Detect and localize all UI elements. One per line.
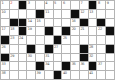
white-cell[interactable] [106, 19, 114, 27]
clue-number: 38 [2, 71, 6, 75]
black-cell [19, 27, 27, 35]
black-cell [45, 27, 53, 35]
white-cell[interactable]: 41 [89, 71, 97, 79]
clue-number: 21 [80, 27, 84, 31]
clue-number: 13 [89, 10, 93, 14]
white-cell[interactable] [89, 27, 97, 35]
white-cell[interactable]: 31 [45, 54, 53, 62]
white-cell[interactable] [36, 27, 44, 35]
white-cell[interactable] [97, 36, 105, 44]
white-cell[interactable]: 34 [45, 62, 53, 70]
clue-number: 5 [54, 1, 56, 5]
white-cell[interactable]: 27 [54, 45, 62, 53]
black-cell [80, 19, 88, 27]
white-cell[interactable]: 23 [10, 36, 18, 44]
white-cell[interactable] [54, 27, 62, 35]
black-cell [80, 45, 88, 53]
clue-number: 22 [98, 27, 102, 31]
clue-number: 9 [107, 1, 109, 5]
white-cell[interactable] [106, 10, 114, 18]
white-cell[interactable] [19, 71, 27, 79]
clue-number: 35 [72, 62, 76, 66]
white-cell[interactable]: 40 [62, 71, 70, 79]
white-cell[interactable]: 35 [71, 62, 79, 70]
clue-number: 16 [72, 19, 76, 23]
white-cell[interactable]: 38 [1, 71, 9, 79]
white-cell[interactable]: 15 [36, 19, 44, 27]
white-cell[interactable] [10, 71, 18, 79]
white-cell[interactable] [71, 45, 79, 53]
clue-number: 36 [80, 62, 84, 66]
white-cell[interactable]: 9 [106, 1, 114, 9]
white-cell[interactable]: 18 [10, 27, 18, 35]
clue-number: 31 [45, 54, 49, 58]
black-cell [36, 10, 44, 18]
clue-number: 20 [72, 27, 76, 31]
white-cell[interactable]: 17 [1, 27, 9, 35]
clue-number: 40 [63, 71, 67, 75]
clue-number: 34 [45, 62, 49, 66]
clue-number: 27 [54, 45, 58, 49]
clue-number: 29 [10, 54, 14, 58]
white-cell[interactable] [19, 45, 27, 53]
white-cell[interactable] [27, 36, 35, 44]
white-cell[interactable] [62, 54, 70, 62]
white-cell[interactable] [97, 54, 105, 62]
black-cell [19, 19, 27, 27]
white-cell[interactable]: 39 [36, 71, 44, 79]
white-cell[interactable] [1, 19, 9, 27]
white-cell[interactable]: 32 [89, 54, 97, 62]
white-cell[interactable]: 24 [19, 36, 27, 44]
clue-number: 6 [63, 1, 65, 5]
white-cell[interactable]: 10 [1, 10, 9, 18]
crossword-grid: 1234567891011121314151617181920212223242… [0, 0, 115, 80]
clue-number: 10 [2, 10, 6, 14]
clue-number: 18 [10, 27, 14, 31]
white-cell[interactable] [19, 54, 27, 62]
clue-number: 1 [2, 1, 4, 5]
black-cell [89, 1, 97, 9]
white-cell[interactable]: 21 [80, 27, 88, 35]
white-cell[interactable] [54, 62, 62, 70]
white-cell[interactable] [62, 45, 70, 53]
white-cell[interactable] [62, 19, 70, 27]
white-cell[interactable]: 5 [54, 1, 62, 9]
white-cell[interactable] [54, 54, 62, 62]
white-cell[interactable] [71, 36, 79, 44]
clue-number: 11 [45, 10, 49, 14]
white-cell[interactable] [45, 71, 53, 79]
white-cell[interactable] [106, 36, 114, 44]
clue-number: 37 [98, 62, 102, 66]
white-cell[interactable] [54, 10, 62, 18]
white-cell[interactable]: 37 [97, 62, 105, 70]
white-cell[interactable]: 26 [1, 45, 9, 53]
white-cell[interactable]: 29 [10, 54, 18, 62]
white-cell[interactable]: 36 [80, 62, 88, 70]
clue-number: 32 [89, 54, 93, 58]
clue-number: 2 [10, 1, 12, 5]
clue-number: 24 [19, 36, 23, 40]
clue-number: 12 [80, 10, 84, 14]
clue-number: 19 [28, 27, 32, 31]
black-cell [71, 10, 79, 18]
black-cell [97, 19, 105, 27]
black-cell [19, 1, 27, 9]
white-cell[interactable]: 12 [80, 10, 88, 18]
black-cell [10, 19, 18, 27]
white-cell[interactable]: 25 [62, 36, 70, 44]
white-cell[interactable] [89, 36, 97, 44]
black-cell [62, 27, 70, 35]
white-cell[interactable] [27, 62, 35, 70]
clue-number: 14 [28, 19, 32, 23]
clue-number: 7 [80, 1, 82, 5]
clue-number: 28 [89, 45, 93, 49]
white-cell[interactable]: 14 [27, 19, 35, 27]
white-cell[interactable] [36, 36, 44, 44]
clue-number: 39 [37, 71, 41, 75]
black-cell [36, 62, 44, 70]
black-cell [80, 54, 88, 62]
black-cell [89, 62, 97, 70]
black-cell [1, 54, 9, 62]
crossword-board: 1234567891011121314151617181920212223242… [0, 0, 115, 80]
white-cell[interactable]: 1 [1, 1, 9, 9]
white-cell[interactable] [97, 71, 105, 79]
white-cell[interactable] [45, 36, 53, 44]
white-cell[interactable] [19, 62, 27, 70]
white-cell[interactable]: 33 [1, 62, 9, 70]
white-cell[interactable] [36, 54, 44, 62]
white-cell[interactable] [27, 71, 35, 79]
clue-number: 41 [89, 71, 93, 75]
white-cell[interactable]: 30 [27, 54, 35, 62]
white-cell[interactable] [36, 45, 44, 53]
black-cell [106, 27, 114, 35]
white-cell[interactable]: 8 [97, 1, 105, 9]
white-cell[interactable]: 20 [71, 27, 79, 35]
clue-number: 4 [45, 1, 47, 5]
white-cell[interactable]: 22 [97, 27, 105, 35]
white-cell[interactable] [106, 71, 114, 79]
white-cell[interactable] [36, 1, 44, 9]
white-cell[interactable] [45, 19, 53, 27]
white-cell[interactable] [10, 10, 18, 18]
clue-number: 26 [2, 45, 6, 49]
white-cell[interactable] [71, 54, 79, 62]
white-cell[interactable] [97, 10, 105, 18]
white-cell[interactable] [27, 10, 35, 18]
white-cell[interactable] [71, 71, 79, 79]
white-cell[interactable] [106, 62, 114, 70]
white-cell[interactable]: 13 [89, 10, 97, 18]
white-cell[interactable] [80, 71, 88, 79]
clue-number: 23 [10, 36, 14, 40]
white-cell[interactable] [106, 54, 114, 62]
black-cell [54, 36, 62, 44]
white-cell[interactable]: 7 [80, 1, 88, 9]
clue-number: 25 [63, 36, 67, 40]
white-cell[interactable] [62, 10, 70, 18]
white-cell[interactable] [10, 62, 18, 70]
white-cell[interactable]: 16 [71, 19, 79, 27]
white-cell[interactable] [54, 19, 62, 27]
clue-number: 30 [28, 54, 32, 58]
white-cell[interactable]: 28 [89, 45, 97, 53]
black-cell [106, 45, 114, 53]
clue-number: 15 [37, 19, 41, 23]
white-cell[interactable]: 6 [62, 1, 70, 9]
clue-number: 17 [2, 27, 6, 31]
clue-number: 33 [2, 62, 6, 66]
black-cell [54, 71, 62, 79]
black-cell [1, 36, 9, 44]
black-cell [27, 45, 35, 53]
white-cell[interactable] [80, 36, 88, 44]
white-cell[interactable]: 2 [10, 1, 18, 9]
white-cell[interactable] [97, 45, 105, 53]
white-cell[interactable] [19, 10, 27, 18]
white-cell[interactable]: 3 [27, 1, 35, 9]
clue-number: 8 [98, 1, 100, 5]
white-cell[interactable]: 19 [27, 27, 35, 35]
white-cell[interactable] [71, 1, 79, 9]
white-cell[interactable] [89, 19, 97, 27]
white-cell[interactable] [10, 45, 18, 53]
clue-number: 3 [28, 1, 30, 5]
black-cell [45, 45, 53, 53]
white-cell[interactable]: 11 [45, 10, 53, 18]
black-cell [62, 62, 70, 70]
white-cell[interactable]: 4 [45, 1, 53, 9]
